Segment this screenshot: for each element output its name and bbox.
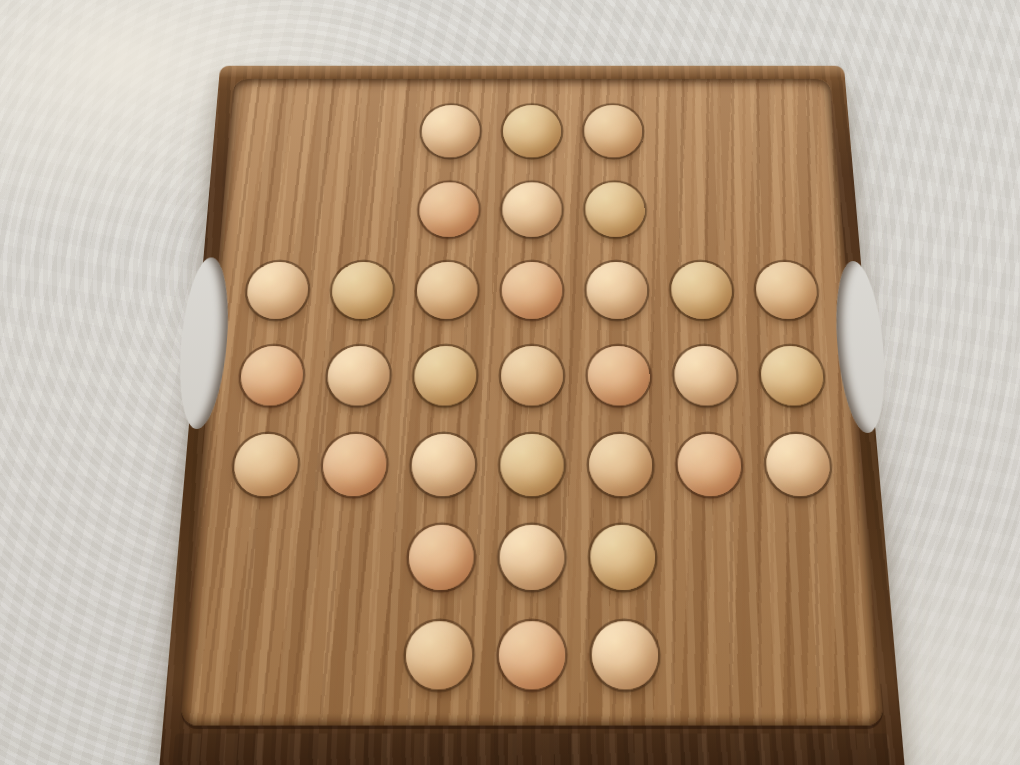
off-board: [239, 170, 327, 250]
hole-r6c3: [395, 510, 488, 605]
hole-r4c3: [401, 333, 489, 420]
marble-r7c3[interactable]: [405, 621, 473, 689]
marble-r5c7[interactable]: [764, 434, 831, 496]
off-board: [669, 605, 766, 705]
hole-r4c4: [488, 333, 576, 420]
marble-r4c7[interactable]: [759, 346, 825, 405]
marble-r1c5[interactable]: [584, 105, 643, 157]
marble-r2c3[interactable]: [419, 182, 479, 236]
off-board: [204, 605, 303, 705]
marble-r3c4[interactable]: [502, 262, 563, 319]
off-board: [652, 94, 737, 170]
off-board: [666, 510, 761, 605]
off-board: [756, 510, 853, 605]
board-grid: [204, 94, 861, 706]
hole-r5c7: [751, 419, 846, 510]
hole-r5c1: [219, 419, 314, 510]
hole-r2c3: [406, 170, 491, 250]
marble-r5c4[interactable]: [500, 434, 564, 496]
wooden-tray-frame: [158, 66, 905, 765]
marble-r3c2[interactable]: [331, 262, 394, 319]
hole-r5c4: [487, 419, 577, 510]
marble-r2c4[interactable]: [502, 182, 562, 236]
marble-r3c1[interactable]: [246, 262, 310, 319]
hole-r3c4: [489, 250, 575, 333]
marble-r5c1[interactable]: [233, 434, 300, 496]
marble-r4c1[interactable]: [239, 346, 305, 405]
off-board: [737, 170, 825, 250]
hole-r3c7: [741, 250, 831, 333]
hole-r7c3: [391, 605, 486, 705]
marble-r3c5[interactable]: [586, 262, 648, 319]
hole-r7c5: [578, 605, 673, 705]
off-board: [303, 510, 398, 605]
off-board: [297, 605, 394, 705]
off-board: [245, 94, 331, 170]
off-board: [211, 510, 308, 605]
marble-r2c5[interactable]: [585, 182, 645, 236]
marble-r4c5[interactable]: [587, 346, 650, 405]
hole-r4c7: [746, 333, 838, 420]
hole-r7c4: [485, 605, 579, 705]
marble-r6c4[interactable]: [499, 525, 564, 590]
hole-r3c6: [658, 250, 746, 333]
peg-solitaire-board-surface: [180, 79, 883, 726]
hole-r5c3: [398, 419, 489, 510]
marble-r3c3[interactable]: [416, 262, 478, 319]
marble-r5c6[interactable]: [676, 434, 742, 496]
hole-r2c4: [490, 170, 574, 250]
off-board: [327, 94, 412, 170]
hole-r4c6: [660, 333, 750, 420]
hole-r3c2: [318, 250, 406, 333]
off-board: [761, 605, 860, 705]
marble-r1c4[interactable]: [503, 105, 561, 157]
off-board: [323, 170, 409, 250]
hole-r1c4: [491, 94, 573, 170]
hole-r5c5: [576, 419, 667, 510]
marble-r4c4[interactable]: [501, 346, 563, 405]
off-board: [733, 94, 819, 170]
marble-r4c6[interactable]: [673, 346, 737, 405]
marble-r3c7[interactable]: [754, 262, 818, 319]
hole-r4c2: [313, 333, 403, 420]
marble-r5c2[interactable]: [322, 434, 388, 496]
hole-r3c1: [232, 250, 322, 333]
off-board: [655, 170, 741, 250]
marble-r5c3[interactable]: [411, 434, 476, 496]
hole-r3c5: [574, 250, 661, 333]
hole-r5c2: [308, 419, 401, 510]
hole-r1c5: [572, 94, 655, 170]
hole-r3c3: [404, 250, 491, 333]
marble-r6c5[interactable]: [590, 525, 656, 590]
marble-r5c5[interactable]: [588, 434, 653, 496]
marble-r6c3[interactable]: [408, 525, 474, 590]
marble-r1c3[interactable]: [421, 105, 480, 157]
hole-r4c1: [226, 333, 318, 420]
hole-r4c5: [575, 333, 663, 420]
hole-r6c4: [486, 510, 578, 605]
hole-r6c5: [577, 510, 670, 605]
photo-scene: [0, 0, 1020, 765]
marble-r3c6[interactable]: [670, 262, 733, 319]
marble-r7c4[interactable]: [499, 621, 566, 689]
marble-r7c5[interactable]: [591, 621, 659, 689]
hole-r5c6: [663, 419, 756, 510]
hole-r1c3: [409, 94, 492, 170]
hole-r2c5: [573, 170, 658, 250]
marble-r4c2[interactable]: [326, 346, 390, 405]
tray-wrapper: [192, 24, 872, 756]
marble-r4c3[interactable]: [414, 346, 477, 405]
